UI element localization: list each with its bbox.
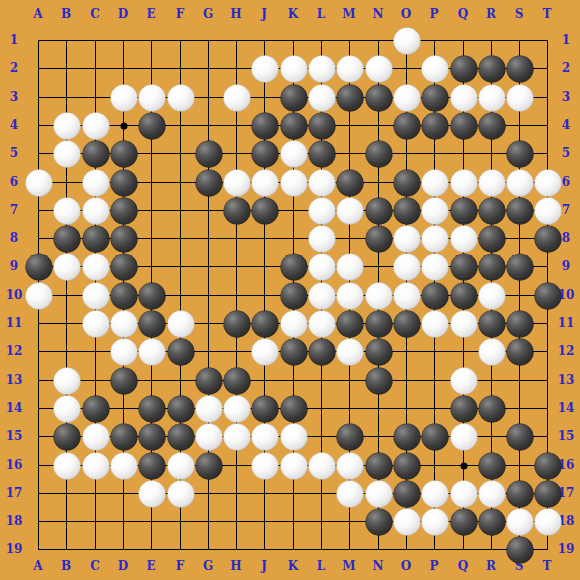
stone-black[interactable] — [138, 452, 165, 479]
stone-white[interactable] — [53, 367, 80, 394]
stone-white[interactable] — [478, 169, 505, 196]
row-label-left: 12 — [6, 345, 23, 357]
col-label-top: B — [61, 8, 71, 20]
stone-black[interactable] — [195, 367, 222, 394]
row-label-right: 2 — [562, 62, 570, 74]
stone-black[interactable] — [110, 367, 137, 394]
row-label-right: 14 — [558, 402, 575, 414]
stone-white[interactable] — [251, 55, 278, 82]
stone-black[interactable] — [450, 112, 477, 139]
row-label-right: 4 — [562, 119, 570, 131]
stone-white[interactable] — [365, 282, 392, 309]
stone-white[interactable] — [393, 253, 420, 280]
stone-white[interactable] — [365, 55, 392, 82]
stone-black[interactable] — [421, 84, 448, 111]
stone-white[interactable] — [308, 55, 335, 82]
stone-black[interactable] — [280, 84, 307, 111]
row-label-right: 15 — [558, 430, 575, 442]
stone-white[interactable] — [138, 480, 165, 507]
stone-black[interactable] — [251, 395, 278, 422]
col-label-bottom: Q — [458, 560, 468, 572]
row-label-left: 13 — [6, 374, 23, 386]
stone-white[interactable] — [393, 84, 420, 111]
stone-white[interactable] — [82, 112, 109, 139]
stone-white[interactable] — [336, 338, 363, 365]
stone-black[interactable] — [308, 338, 335, 365]
row-label-left: 7 — [10, 204, 18, 216]
stone-black[interactable] — [223, 310, 250, 337]
stone-black[interactable] — [450, 197, 477, 224]
stone-white[interactable] — [421, 55, 448, 82]
stone-black[interactable] — [251, 197, 278, 224]
stone-black[interactable] — [393, 197, 420, 224]
stone-black[interactable] — [82, 140, 109, 167]
stone-white[interactable] — [450, 310, 477, 337]
stone-white[interactable] — [478, 480, 505, 507]
stone-white[interactable] — [534, 197, 561, 224]
stone-black[interactable] — [336, 310, 363, 337]
row-label-right: 19 — [558, 543, 575, 555]
stone-white[interactable] — [223, 84, 250, 111]
col-label-bottom: D — [118, 560, 128, 572]
stone-black[interactable] — [138, 112, 165, 139]
row-label-left: 15 — [6, 430, 23, 442]
stone-black[interactable] — [506, 338, 533, 365]
stone-black[interactable] — [195, 169, 222, 196]
col-label-top: K — [288, 8, 298, 20]
stone-white[interactable] — [478, 282, 505, 309]
stone-white[interactable] — [53, 197, 80, 224]
stone-black[interactable] — [478, 310, 505, 337]
stone-white[interactable] — [336, 55, 363, 82]
col-label-bottom: G — [203, 560, 213, 572]
star-point — [460, 462, 467, 469]
stone-white[interactable] — [167, 84, 194, 111]
row-label-right: 9 — [562, 260, 570, 272]
row-label-right: 3 — [562, 91, 570, 103]
stone-black[interactable] — [251, 140, 278, 167]
row-label-right: 1 — [562, 34, 570, 46]
stone-black[interactable] — [478, 253, 505, 280]
stone-black[interactable] — [336, 169, 363, 196]
stone-black[interactable] — [336, 423, 363, 450]
stone-black[interactable] — [82, 395, 109, 422]
stone-black[interactable] — [478, 197, 505, 224]
stone-black[interactable] — [506, 197, 533, 224]
row-label-left: 1 — [10, 34, 18, 46]
stone-white[interactable] — [308, 84, 335, 111]
stone-black[interactable] — [365, 84, 392, 111]
stone-black[interactable] — [308, 140, 335, 167]
row-label-right: 5 — [562, 147, 570, 159]
stone-white[interactable] — [53, 253, 80, 280]
stone-black[interactable] — [82, 225, 109, 252]
stone-black[interactable] — [393, 112, 420, 139]
stone-black[interactable] — [365, 225, 392, 252]
stone-black[interactable] — [478, 55, 505, 82]
stone-white[interactable] — [336, 197, 363, 224]
stone-white[interactable] — [308, 310, 335, 337]
stone-white[interactable] — [82, 253, 109, 280]
stone-black[interactable] — [506, 536, 533, 563]
row-label-left: 2 — [10, 62, 18, 74]
stone-white[interactable] — [53, 395, 80, 422]
row-label-left: 18 — [6, 515, 23, 527]
stone-white[interactable] — [25, 282, 52, 309]
stone-black[interactable] — [534, 480, 561, 507]
grid-line-horizontal — [38, 549, 548, 550]
col-label-bottom: J — [261, 560, 267, 572]
row-label-left: 4 — [10, 119, 18, 131]
stone-white[interactable] — [450, 423, 477, 450]
stone-white[interactable] — [280, 452, 307, 479]
stone-black[interactable] — [280, 395, 307, 422]
stone-white[interactable] — [53, 140, 80, 167]
stone-white[interactable] — [110, 84, 137, 111]
stone-black[interactable] — [421, 423, 448, 450]
stone-black[interactable] — [138, 423, 165, 450]
stone-white[interactable] — [251, 452, 278, 479]
row-label-left: 17 — [6, 487, 23, 499]
stone-black[interactable] — [450, 395, 477, 422]
stone-black[interactable] — [506, 310, 533, 337]
row-label-right: 11 — [558, 317, 575, 329]
stone-white[interactable] — [336, 253, 363, 280]
stone-white[interactable] — [251, 169, 278, 196]
stone-white[interactable] — [393, 27, 420, 54]
stone-white[interactable] — [450, 480, 477, 507]
row-label-left: 3 — [10, 91, 18, 103]
stone-black[interactable] — [195, 452, 222, 479]
row-label-left: 10 — [6, 289, 23, 301]
stone-black[interactable] — [110, 282, 137, 309]
col-label-top: O — [401, 8, 411, 20]
stone-black[interactable] — [280, 112, 307, 139]
stone-black[interactable] — [450, 508, 477, 535]
stone-white[interactable] — [393, 225, 420, 252]
col-label-bottom: A — [33, 560, 42, 572]
stone-black[interactable] — [393, 452, 420, 479]
col-label-bottom: M — [342, 560, 355, 572]
stone-black[interactable] — [110, 169, 137, 196]
col-label-top: F — [176, 8, 185, 20]
stone-white[interactable] — [251, 423, 278, 450]
stone-black[interactable] — [478, 112, 505, 139]
stone-black[interactable] — [138, 395, 165, 422]
col-label-bottom: E — [146, 560, 155, 572]
stone-black[interactable] — [478, 452, 505, 479]
stone-black[interactable] — [223, 367, 250, 394]
col-label-top: S — [515, 8, 524, 20]
stone-black[interactable] — [251, 310, 278, 337]
stone-white[interactable] — [308, 282, 335, 309]
stone-white[interactable] — [421, 225, 448, 252]
stone-white[interactable] — [138, 84, 165, 111]
stone-black[interactable] — [53, 225, 80, 252]
stone-white[interactable] — [308, 169, 335, 196]
stone-black[interactable] — [138, 310, 165, 337]
col-label-top: T — [543, 8, 552, 20]
stone-black[interactable] — [53, 423, 80, 450]
col-label-top: H — [230, 8, 241, 20]
stone-white[interactable] — [421, 253, 448, 280]
stone-white[interactable] — [393, 282, 420, 309]
row-label-left: 8 — [10, 232, 18, 244]
stone-white[interactable] — [138, 338, 165, 365]
col-label-top: P — [429, 8, 438, 20]
col-label-bottom: O — [401, 560, 411, 572]
col-label-bottom: N — [373, 560, 384, 572]
stone-black[interactable] — [450, 55, 477, 82]
stone-black[interactable] — [393, 423, 420, 450]
stone-white[interactable] — [280, 310, 307, 337]
stone-white[interactable] — [110, 338, 137, 365]
stone-white[interactable] — [308, 225, 335, 252]
col-label-bottom: T — [543, 560, 552, 572]
stone-black[interactable] — [393, 310, 420, 337]
stone-black[interactable] — [280, 282, 307, 309]
stone-black[interactable] — [280, 338, 307, 365]
stone-black[interactable] — [506, 55, 533, 82]
col-label-bottom: R — [486, 560, 496, 572]
row-label-left: 6 — [10, 176, 18, 188]
stone-white[interactable] — [506, 508, 533, 535]
stone-black[interactable] — [534, 452, 561, 479]
stone-black[interactable] — [365, 140, 392, 167]
col-label-top: G — [203, 8, 213, 20]
stone-black[interactable] — [110, 197, 137, 224]
stone-white[interactable] — [251, 338, 278, 365]
stone-white[interactable] — [280, 423, 307, 450]
stone-white[interactable] — [82, 423, 109, 450]
stone-black[interactable] — [110, 423, 137, 450]
stone-black[interactable] — [280, 253, 307, 280]
stone-black[interactable] — [478, 225, 505, 252]
stone-black[interactable] — [251, 112, 278, 139]
col-label-bottom: K — [288, 560, 298, 572]
col-label-top: M — [342, 8, 355, 20]
stone-white[interactable] — [25, 169, 52, 196]
row-label-right: 8 — [562, 232, 570, 244]
stone-black[interactable] — [167, 423, 194, 450]
row-label-right: 13 — [558, 374, 575, 386]
stone-black[interactable] — [138, 282, 165, 309]
stone-white[interactable] — [393, 508, 420, 535]
stone-white[interactable] — [195, 423, 222, 450]
stone-white[interactable] — [195, 395, 222, 422]
stone-white[interactable] — [506, 84, 533, 111]
stone-black[interactable] — [393, 480, 420, 507]
stone-white[interactable] — [82, 169, 109, 196]
row-label-left: 16 — [6, 459, 23, 471]
stone-white[interactable] — [223, 169, 250, 196]
stone-black[interactable] — [534, 225, 561, 252]
col-label-top: L — [317, 8, 325, 20]
stone-white[interactable] — [308, 197, 335, 224]
stone-white[interactable] — [450, 169, 477, 196]
stone-black[interactable] — [25, 253, 52, 280]
stone-white[interactable] — [223, 423, 250, 450]
col-label-top: E — [146, 8, 155, 20]
stone-white[interactable] — [450, 84, 477, 111]
stone-white[interactable] — [167, 452, 194, 479]
col-label-bottom: F — [176, 560, 185, 572]
stone-white[interactable] — [82, 197, 109, 224]
stone-white[interactable] — [336, 282, 363, 309]
row-label-left: 19 — [6, 543, 23, 555]
go-board[interactable]: AABBCCDDEEFFGGHHJJKKLLMMNNOOPPQQRRSSTT11… — [0, 0, 580, 580]
stone-black[interactable] — [223, 197, 250, 224]
stone-black[interactable] — [506, 253, 533, 280]
stone-white[interactable] — [421, 169, 448, 196]
stone-black[interactable] — [308, 112, 335, 139]
stone-white[interactable] — [82, 310, 109, 337]
stone-black[interactable] — [336, 84, 363, 111]
col-label-top: J — [261, 8, 267, 20]
row-label-left: 14 — [6, 402, 23, 414]
stone-black[interactable] — [365, 452, 392, 479]
stone-white[interactable] — [506, 169, 533, 196]
stone-black[interactable] — [110, 225, 137, 252]
stone-white[interactable] — [280, 169, 307, 196]
grid-line-vertical — [519, 40, 520, 550]
stone-white[interactable] — [82, 282, 109, 309]
col-label-bottom: C — [90, 560, 100, 572]
col-label-top: A — [33, 8, 42, 20]
col-label-bottom: B — [61, 560, 71, 572]
stone-white[interactable] — [421, 197, 448, 224]
stone-black[interactable] — [110, 140, 137, 167]
row-label-right: 6 — [562, 176, 570, 188]
stone-black[interactable] — [393, 169, 420, 196]
stone-white[interactable] — [534, 169, 561, 196]
stone-white[interactable] — [82, 452, 109, 479]
col-label-bottom: H — [230, 560, 241, 572]
col-label-bottom: L — [317, 560, 325, 572]
stone-black[interactable] — [167, 395, 194, 422]
stone-white[interactable] — [308, 253, 335, 280]
stone-black[interactable] — [421, 112, 448, 139]
col-label-top: N — [373, 8, 384, 20]
stone-white[interactable] — [223, 395, 250, 422]
stone-white[interactable] — [450, 367, 477, 394]
star-point — [120, 122, 127, 129]
stone-white[interactable] — [336, 480, 363, 507]
stone-black[interactable] — [365, 310, 392, 337]
row-label-left: 11 — [6, 317, 23, 329]
row-label-left: 5 — [10, 147, 18, 159]
row-label-right: 7 — [562, 204, 570, 216]
row-label-left: 9 — [10, 260, 18, 272]
stone-black[interactable] — [506, 423, 533, 450]
col-label-top: R — [486, 8, 496, 20]
stone-black[interactable] — [195, 140, 222, 167]
stone-white[interactable] — [308, 452, 335, 479]
stone-white[interactable] — [421, 310, 448, 337]
stone-black[interactable] — [506, 480, 533, 507]
stone-black[interactable] — [506, 140, 533, 167]
stone-white[interactable] — [336, 452, 363, 479]
stone-black[interactable] — [365, 197, 392, 224]
stone-black[interactable] — [167, 338, 194, 365]
stone-white[interactable] — [534, 508, 561, 535]
stone-white[interactable] — [280, 140, 307, 167]
stone-white[interactable] — [421, 508, 448, 535]
stone-black[interactable] — [365, 508, 392, 535]
col-label-bottom: P — [429, 560, 438, 572]
stone-black[interactable] — [478, 395, 505, 422]
col-label-top: D — [118, 8, 128, 20]
stone-black[interactable] — [110, 253, 137, 280]
stone-black[interactable] — [365, 367, 392, 394]
stone-white[interactable] — [450, 225, 477, 252]
stone-white[interactable] — [280, 55, 307, 82]
stone-black[interactable] — [365, 338, 392, 365]
stone-white[interactable] — [421, 480, 448, 507]
row-label-right: 12 — [558, 345, 575, 357]
stone-white[interactable] — [167, 480, 194, 507]
stone-white[interactable] — [110, 310, 137, 337]
stone-white[interactable] — [53, 112, 80, 139]
stone-black[interactable] — [421, 282, 448, 309]
stone-white[interactable] — [53, 452, 80, 479]
col-label-top: Q — [458, 8, 468, 20]
stone-white[interactable] — [478, 84, 505, 111]
stone-black[interactable] — [534, 282, 561, 309]
stone-black[interactable] — [450, 253, 477, 280]
col-label-top: C — [90, 8, 100, 20]
stone-white[interactable] — [167, 310, 194, 337]
stone-black[interactable] — [450, 282, 477, 309]
stone-white[interactable] — [365, 480, 392, 507]
stone-black[interactable] — [478, 508, 505, 535]
stone-white[interactable] — [478, 338, 505, 365]
stone-white[interactable] — [110, 452, 137, 479]
